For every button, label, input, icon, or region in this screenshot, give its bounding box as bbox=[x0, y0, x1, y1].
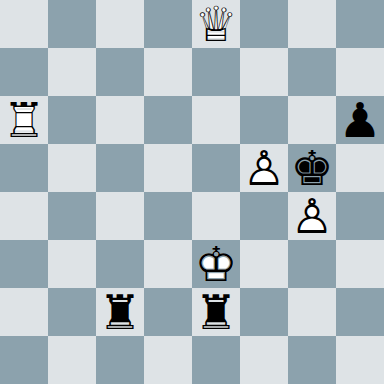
square-e5[interactable] bbox=[192, 144, 240, 192]
square-b3[interactable] bbox=[48, 240, 96, 288]
square-g4[interactable]: ♟♙ bbox=[288, 192, 336, 240]
piece-white-queen[interactable]: ♛♕ bbox=[192, 0, 240, 48]
square-c7[interactable] bbox=[96, 48, 144, 96]
square-d3[interactable] bbox=[144, 240, 192, 288]
square-h4[interactable] bbox=[336, 192, 384, 240]
square-e6[interactable] bbox=[192, 96, 240, 144]
square-c4[interactable] bbox=[96, 192, 144, 240]
square-g3[interactable] bbox=[288, 240, 336, 288]
square-h1[interactable] bbox=[336, 336, 384, 384]
black-pawn-glyph: ♟ bbox=[336, 96, 384, 144]
square-a3[interactable] bbox=[0, 240, 48, 288]
square-a2[interactable] bbox=[0, 288, 48, 336]
square-a8[interactable] bbox=[0, 0, 48, 48]
black-rook-glyph: ♜ bbox=[96, 288, 144, 336]
piece-white-rook[interactable]: ♜♖ bbox=[0, 96, 48, 144]
square-c5[interactable] bbox=[96, 144, 144, 192]
square-d2[interactable] bbox=[144, 288, 192, 336]
square-f1[interactable] bbox=[240, 336, 288, 384]
piece-white-pawn[interactable]: ♟♙ bbox=[240, 144, 288, 192]
piece-black-rook[interactable]: ♜ bbox=[96, 288, 144, 336]
square-d5[interactable] bbox=[144, 144, 192, 192]
square-h6[interactable]: ♟ bbox=[336, 96, 384, 144]
square-h8[interactable] bbox=[336, 0, 384, 48]
square-f3[interactable] bbox=[240, 240, 288, 288]
black-king-glyph: ♚ bbox=[288, 144, 336, 192]
square-e1[interactable] bbox=[192, 336, 240, 384]
black-rook-glyph: ♜ bbox=[192, 288, 240, 336]
square-g2[interactable] bbox=[288, 288, 336, 336]
white-queen-outline-glyph: ♕ bbox=[192, 0, 240, 48]
square-d6[interactable] bbox=[144, 96, 192, 144]
square-b5[interactable] bbox=[48, 144, 96, 192]
square-a4[interactable] bbox=[0, 192, 48, 240]
square-e3[interactable]: ♚♔ bbox=[192, 240, 240, 288]
square-b2[interactable] bbox=[48, 288, 96, 336]
square-b1[interactable] bbox=[48, 336, 96, 384]
square-a1[interactable] bbox=[0, 336, 48, 384]
square-f6[interactable] bbox=[240, 96, 288, 144]
square-c3[interactable] bbox=[96, 240, 144, 288]
square-e7[interactable] bbox=[192, 48, 240, 96]
white-rook-outline-glyph: ♖ bbox=[0, 96, 48, 144]
square-b4[interactable] bbox=[48, 192, 96, 240]
square-g5[interactable]: ♚ bbox=[288, 144, 336, 192]
square-f5[interactable]: ♟♙ bbox=[240, 144, 288, 192]
square-f7[interactable] bbox=[240, 48, 288, 96]
piece-white-pawn[interactable]: ♟♙ bbox=[288, 192, 336, 240]
square-b6[interactable] bbox=[48, 96, 96, 144]
piece-white-king[interactable]: ♚♔ bbox=[192, 240, 240, 288]
square-h3[interactable] bbox=[336, 240, 384, 288]
square-f2[interactable] bbox=[240, 288, 288, 336]
square-h5[interactable] bbox=[336, 144, 384, 192]
square-a6[interactable]: ♜♖ bbox=[0, 96, 48, 144]
square-a5[interactable] bbox=[0, 144, 48, 192]
white-pawn-outline-glyph: ♙ bbox=[240, 144, 288, 192]
square-d7[interactable] bbox=[144, 48, 192, 96]
square-e4[interactable] bbox=[192, 192, 240, 240]
square-f4[interactable] bbox=[240, 192, 288, 240]
square-g6[interactable] bbox=[288, 96, 336, 144]
square-e8[interactable]: ♛♕ bbox=[192, 0, 240, 48]
square-c1[interactable] bbox=[96, 336, 144, 384]
square-e2[interactable]: ♜ bbox=[192, 288, 240, 336]
square-g1[interactable] bbox=[288, 336, 336, 384]
square-c6[interactable] bbox=[96, 96, 144, 144]
piece-black-pawn[interactable]: ♟ bbox=[336, 96, 384, 144]
square-a7[interactable] bbox=[0, 48, 48, 96]
square-d1[interactable] bbox=[144, 336, 192, 384]
square-c8[interactable] bbox=[96, 0, 144, 48]
piece-black-rook[interactable]: ♜ bbox=[192, 288, 240, 336]
square-c2[interactable]: ♜ bbox=[96, 288, 144, 336]
square-g8[interactable] bbox=[288, 0, 336, 48]
square-g7[interactable] bbox=[288, 48, 336, 96]
square-b7[interactable] bbox=[48, 48, 96, 96]
square-b8[interactable] bbox=[48, 0, 96, 48]
square-h2[interactable] bbox=[336, 288, 384, 336]
white-pawn-outline-glyph: ♙ bbox=[288, 192, 336, 240]
square-d8[interactable] bbox=[144, 0, 192, 48]
chess-board: ♛♕♜♖♟♟♙♚♟♙♚♔♜♜ bbox=[0, 0, 384, 384]
square-h7[interactable] bbox=[336, 48, 384, 96]
white-king-outline-glyph: ♔ bbox=[192, 240, 240, 288]
piece-black-king[interactable]: ♚ bbox=[288, 144, 336, 192]
square-f8[interactable] bbox=[240, 0, 288, 48]
square-d4[interactable] bbox=[144, 192, 192, 240]
